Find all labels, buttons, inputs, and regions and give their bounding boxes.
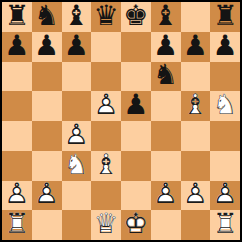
piece-glyph-fill: ♟ bbox=[2, 180, 32, 210]
piece-glyph-outline: ♙ bbox=[91, 90, 121, 120]
piece-glyph-outline: ♕ bbox=[91, 209, 121, 239]
black-bishop-piece: ♝ bbox=[62, 2, 92, 32]
piece-glyph-fill: ♛ bbox=[91, 1, 121, 31]
square-a6[interactable] bbox=[2, 62, 32, 92]
white-pawn-piece: ♟♙ bbox=[151, 181, 181, 211]
square-d4[interactable] bbox=[91, 121, 121, 151]
piece-glyph-fill: ♞ bbox=[151, 61, 181, 91]
piece-glyph-outline: ♙ bbox=[62, 120, 92, 150]
white-pawn-piece: ♟♙ bbox=[91, 91, 121, 121]
square-g7[interactable]: ♟ bbox=[181, 32, 211, 62]
black-pawn-piece: ♟ bbox=[2, 32, 32, 62]
black-pawn-piece: ♟ bbox=[151, 32, 181, 62]
piece-glyph-fill: ♟ bbox=[210, 180, 240, 210]
square-f7[interactable]: ♟ bbox=[151, 32, 181, 62]
piece-glyph-outline: ♙ bbox=[151, 180, 181, 210]
square-d2[interactable] bbox=[91, 181, 121, 211]
square-a5[interactable] bbox=[2, 91, 32, 121]
white-pawn-piece: ♟♙ bbox=[2, 181, 32, 211]
square-c1[interactable] bbox=[62, 210, 92, 240]
square-b8[interactable]: ♞ bbox=[32, 2, 62, 32]
square-g8[interactable] bbox=[181, 2, 211, 32]
piece-glyph-outline: ♘ bbox=[210, 90, 240, 120]
square-b4[interactable] bbox=[32, 121, 62, 151]
piece-glyph-fill: ♝ bbox=[151, 1, 181, 31]
square-f3[interactable] bbox=[151, 151, 181, 181]
square-f2[interactable]: ♟♙ bbox=[151, 181, 181, 211]
piece-glyph-outline: ♗ bbox=[91, 150, 121, 180]
square-h3[interactable] bbox=[210, 151, 240, 181]
square-d8[interactable]: ♛ bbox=[91, 2, 121, 32]
square-h5[interactable]: ♞♘ bbox=[210, 91, 240, 121]
piece-glyph-fill: ♝ bbox=[181, 90, 211, 120]
white-knight-piece: ♞♘ bbox=[62, 151, 92, 181]
piece-glyph-fill: ♞ bbox=[32, 1, 62, 31]
piece-glyph-fill: ♟ bbox=[181, 31, 211, 61]
black-rook-piece: ♜ bbox=[210, 2, 240, 32]
square-c6[interactable] bbox=[62, 62, 92, 92]
square-e1[interactable]: ♚♔ bbox=[121, 210, 151, 240]
square-h1[interactable]: ♜♖ bbox=[210, 210, 240, 240]
piece-glyph-outline: ♙ bbox=[210, 180, 240, 210]
piece-glyph-fill: ♟ bbox=[210, 31, 240, 61]
piece-glyph-fill: ♜ bbox=[210, 1, 240, 31]
piece-glyph-fill: ♞ bbox=[210, 90, 240, 120]
piece-glyph-fill: ♟ bbox=[181, 180, 211, 210]
square-a1[interactable]: ♜♖ bbox=[2, 210, 32, 240]
square-d7[interactable] bbox=[91, 32, 121, 62]
square-b2[interactable]: ♟♙ bbox=[32, 181, 62, 211]
square-h8[interactable]: ♜ bbox=[210, 2, 240, 32]
square-c4[interactable]: ♟♙ bbox=[62, 121, 92, 151]
piece-glyph-outline: ♖ bbox=[210, 209, 240, 239]
square-c7[interactable]: ♟ bbox=[62, 32, 92, 62]
white-rook-piece: ♜♖ bbox=[2, 210, 32, 240]
piece-glyph-fill: ♟ bbox=[62, 120, 92, 150]
square-c8[interactable]: ♝ bbox=[62, 2, 92, 32]
piece-glyph-fill: ♝ bbox=[91, 150, 121, 180]
piece-glyph-fill: ♞ bbox=[62, 150, 92, 180]
black-pawn-piece: ♟ bbox=[121, 91, 151, 121]
square-g2[interactable]: ♟♙ bbox=[181, 181, 211, 211]
square-g1[interactable] bbox=[181, 210, 211, 240]
square-f5[interactable] bbox=[151, 91, 181, 121]
piece-glyph-outline: ♔ bbox=[121, 209, 151, 239]
white-queen-piece: ♛♕ bbox=[91, 210, 121, 240]
white-pawn-piece: ♟♙ bbox=[62, 121, 92, 151]
piece-glyph-fill: ♚ bbox=[121, 1, 151, 31]
square-g6[interactable] bbox=[181, 62, 211, 92]
white-pawn-piece: ♟♙ bbox=[210, 181, 240, 211]
square-c5[interactable] bbox=[62, 91, 92, 121]
square-h7[interactable]: ♟ bbox=[210, 32, 240, 62]
square-a8[interactable]: ♜ bbox=[2, 2, 32, 32]
square-e4[interactable] bbox=[121, 121, 151, 151]
black-knight-piece: ♞ bbox=[151, 62, 181, 92]
square-d3[interactable]: ♝♗ bbox=[91, 151, 121, 181]
white-knight-piece: ♞♘ bbox=[210, 91, 240, 121]
piece-glyph-outline: ♙ bbox=[181, 180, 211, 210]
black-king-piece: ♚ bbox=[121, 2, 151, 32]
square-e7[interactable] bbox=[121, 32, 151, 62]
square-e2[interactable] bbox=[121, 181, 151, 211]
square-a2[interactable]: ♟♙ bbox=[2, 181, 32, 211]
black-knight-piece: ♞ bbox=[32, 2, 62, 32]
piece-glyph-fill: ♟ bbox=[62, 31, 92, 61]
square-f8[interactable]: ♝ bbox=[151, 2, 181, 32]
piece-glyph-fill: ♜ bbox=[2, 1, 32, 31]
piece-glyph-fill: ♟ bbox=[32, 31, 62, 61]
black-queen-piece: ♛ bbox=[91, 2, 121, 32]
square-f6[interactable]: ♞ bbox=[151, 62, 181, 92]
piece-glyph-outline: ♗ bbox=[181, 90, 211, 120]
square-h2[interactable]: ♟♙ bbox=[210, 181, 240, 211]
white-rook-piece: ♜♖ bbox=[210, 210, 240, 240]
piece-glyph-fill: ♟ bbox=[32, 180, 62, 210]
white-pawn-piece: ♟♙ bbox=[32, 181, 62, 211]
square-d1[interactable]: ♛♕ bbox=[91, 210, 121, 240]
square-d6[interactable] bbox=[91, 62, 121, 92]
white-bishop-piece: ♝♗ bbox=[91, 151, 121, 181]
piece-glyph-fill: ♟ bbox=[151, 180, 181, 210]
piece-glyph-fill: ♟ bbox=[2, 31, 32, 61]
square-b1[interactable] bbox=[32, 210, 62, 240]
square-e6[interactable] bbox=[121, 62, 151, 92]
black-bishop-piece: ♝ bbox=[151, 2, 181, 32]
square-a4[interactable] bbox=[2, 121, 32, 151]
black-pawn-piece: ♟ bbox=[62, 32, 92, 62]
piece-glyph-fill: ♟ bbox=[121, 90, 151, 120]
square-h4[interactable] bbox=[210, 121, 240, 151]
square-b5[interactable] bbox=[32, 91, 62, 121]
chess-board: ♜♞♝♛♚♝♜♟♟♟♟♟♟♞♟♙♟♝♗♞♘♟♙♞♘♝♗♟♙♟♙♟♙♟♙♟♙♜♖♛… bbox=[0, 0, 242, 242]
piece-glyph-fill: ♛ bbox=[91, 209, 121, 239]
piece-glyph-fill: ♝ bbox=[62, 1, 92, 31]
square-e8[interactable]: ♚ bbox=[121, 2, 151, 32]
square-a7[interactable]: ♟ bbox=[2, 32, 32, 62]
white-king-piece: ♚♔ bbox=[121, 210, 151, 240]
black-rook-piece: ♜ bbox=[2, 2, 32, 32]
black-pawn-piece: ♟ bbox=[210, 32, 240, 62]
piece-glyph-fill: ♜ bbox=[2, 209, 32, 239]
square-g5[interactable]: ♝♗ bbox=[181, 91, 211, 121]
square-h6[interactable] bbox=[210, 62, 240, 92]
square-d5[interactable]: ♟♙ bbox=[91, 91, 121, 121]
piece-glyph-fill: ♟ bbox=[151, 31, 181, 61]
square-c2[interactable] bbox=[62, 181, 92, 211]
black-pawn-piece: ♟ bbox=[32, 32, 62, 62]
piece-glyph-outline: ♘ bbox=[62, 150, 92, 180]
piece-glyph-outline: ♙ bbox=[32, 180, 62, 210]
piece-glyph-fill: ♟ bbox=[91, 90, 121, 120]
square-c3[interactable]: ♞♘ bbox=[62, 151, 92, 181]
square-a3[interactable] bbox=[2, 151, 32, 181]
square-e3[interactable] bbox=[121, 151, 151, 181]
square-b3[interactable] bbox=[32, 151, 62, 181]
square-e5[interactable]: ♟ bbox=[121, 91, 151, 121]
piece-glyph-fill: ♜ bbox=[210, 209, 240, 239]
black-pawn-piece: ♟ bbox=[181, 32, 211, 62]
square-f4[interactable] bbox=[151, 121, 181, 151]
white-bishop-piece: ♝♗ bbox=[181, 91, 211, 121]
square-f1[interactable] bbox=[151, 210, 181, 240]
square-g3[interactable] bbox=[181, 151, 211, 181]
square-b7[interactable]: ♟ bbox=[32, 32, 62, 62]
square-g4[interactable] bbox=[181, 121, 211, 151]
square-b6[interactable] bbox=[32, 62, 62, 92]
piece-glyph-outline: ♙ bbox=[2, 180, 32, 210]
piece-glyph-fill: ♚ bbox=[121, 209, 151, 239]
white-pawn-piece: ♟♙ bbox=[181, 181, 211, 211]
piece-glyph-outline: ♖ bbox=[2, 209, 32, 239]
